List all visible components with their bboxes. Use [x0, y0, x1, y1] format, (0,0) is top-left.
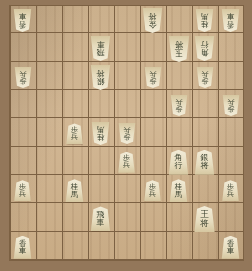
piece-kanji: 桂 [201, 21, 209, 29]
piece-kanji: 兵 [123, 127, 130, 134]
piece-kanji: 兵 [201, 70, 208, 77]
piece-kanji: 馬 [175, 191, 183, 199]
piece-kanji: 兵 [123, 162, 130, 169]
piece-kanji: 馬 [201, 13, 209, 21]
piece-kanji: 歩 [19, 77, 26, 84]
piece-kanji: 馬 [97, 126, 105, 134]
piece-kanji: 将 [200, 219, 209, 228]
piece-kanji: 兵 [19, 70, 26, 77]
piece-kanji: 行 [175, 162, 183, 170]
piece-kanji: 馬 [71, 191, 79, 199]
shogi-board: 香車金将桂馬香車飛車玉将角行歩兵銀将歩兵歩兵歩兵歩兵桂馬歩兵歩兵歩兵角行銀将歩兵… [9, 5, 244, 261]
piece-kanji: 歩 [123, 134, 130, 141]
piece-kanji: 車 [227, 247, 235, 255]
piece-kanji: 車 [97, 41, 105, 49]
piece-kanji: 香 [19, 21, 27, 29]
piece-kanji: 玉 [174, 49, 183, 58]
piece-kanji: 兵 [227, 99, 234, 106]
piece-kanji: 将 [149, 13, 157, 21]
piece-kanji: 歩 [201, 77, 208, 84]
piece-kanji: 金 [149, 21, 157, 29]
piece-kanji: 歩 [227, 106, 234, 113]
piece-kanji: 車 [19, 247, 27, 255]
piece-kanji: 車 [227, 13, 235, 21]
piece-kanji: 将 [174, 40, 183, 49]
piece-kanji: 飛 [97, 49, 105, 57]
piece-kanji: 歩 [149, 77, 156, 84]
piece-kanji: 歩 [175, 106, 182, 113]
shogi-board-photo: 香車金将桂馬香車飛車玉将角行歩兵銀将歩兵歩兵歩兵歩兵桂馬歩兵歩兵歩兵角行銀将歩兵… [0, 0, 252, 271]
piece-kanji: 桂 [97, 134, 105, 142]
piece-kanji: 行 [201, 41, 209, 49]
piece-kanji: 角 [201, 49, 209, 57]
piece-kanji: 兵 [227, 191, 234, 198]
piece-kanji: 車 [97, 219, 105, 227]
piece-kanji: 兵 [19, 191, 26, 198]
piece-kanji: 将 [201, 162, 209, 170]
piece-kanji: 香 [227, 21, 235, 29]
piece-kanji: 兵 [71, 134, 78, 141]
piece-kanji: 車 [19, 13, 27, 21]
piece-kanji: 銀 [97, 77, 105, 85]
piece-kanji: 将 [97, 69, 105, 77]
piece-kanji: 兵 [149, 191, 156, 198]
piece-kanji: 兵 [175, 99, 182, 106]
piece-kanji: 兵 [149, 70, 156, 77]
